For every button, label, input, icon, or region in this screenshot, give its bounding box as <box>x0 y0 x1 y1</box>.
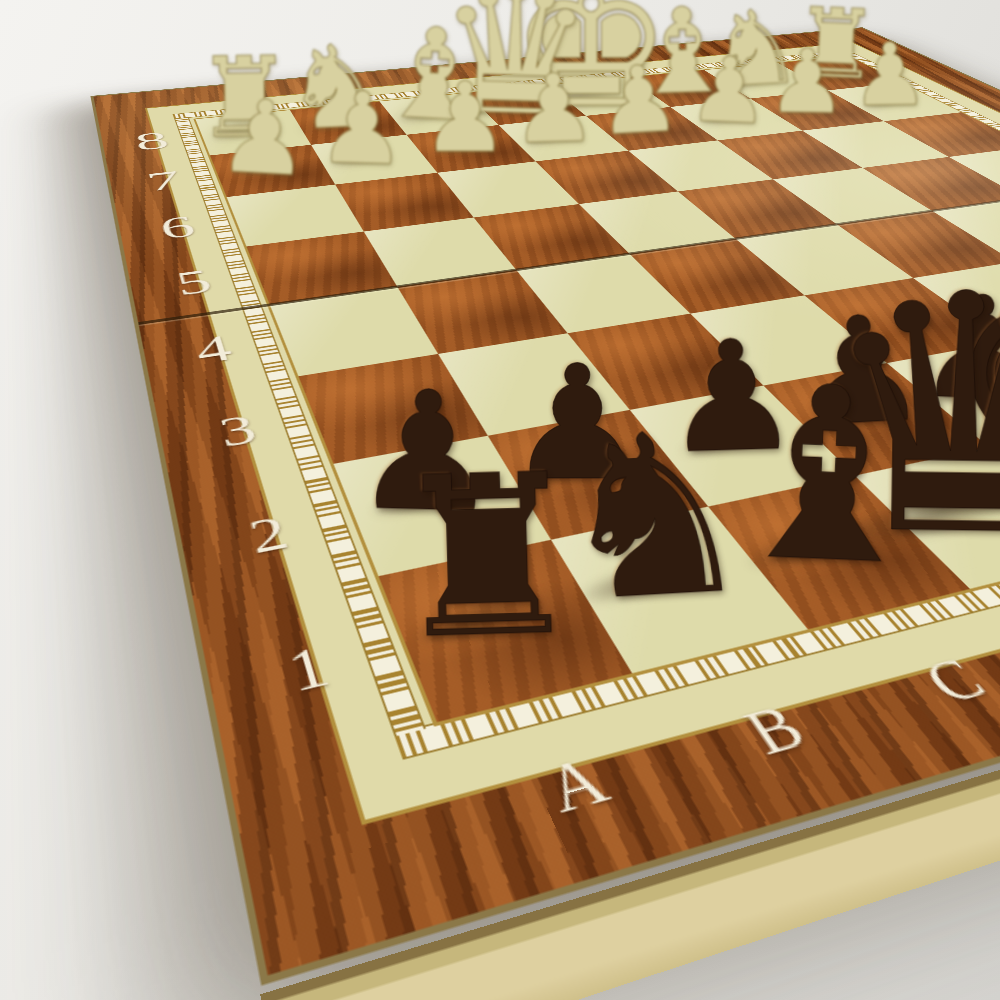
chess-board: 12345678 ABCDEFGH <box>90 27 1000 985</box>
file-label-B: B <box>733 696 817 766</box>
photo-scene: 12345678 ABCDEFGH ♜♞♝♚♟♛♟♝♟♞♟♜♟♟♟♟♟♟♟♟♜♟… <box>0 0 1000 1000</box>
file-label-C: C <box>911 650 998 714</box>
